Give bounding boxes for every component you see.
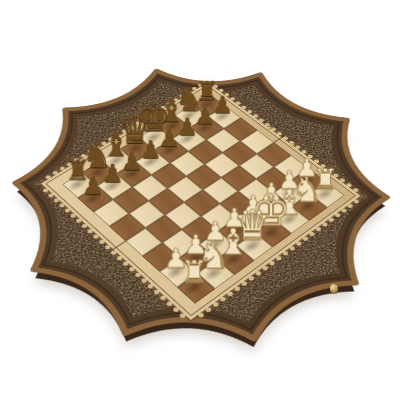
chess-set-photo: ♜♞♝♛♚♝♞♜♟♟♟♟♟♟♟♟♟♟♟♟♟♟♟♟♜♞♝♛♚♝♞♜ xyxy=(0,0,400,400)
piece-black-pawn[interactable]: ♟ xyxy=(72,170,112,198)
scene-3d: ♜♞♝♛♚♝♞♜♟♟♟♟♟♟♟♟♟♟♟♟♟♟♟♟♜♞♝♛♚♝♞♜ xyxy=(0,0,400,400)
piece-white-rook[interactable]: ♜ xyxy=(171,254,214,288)
star-board: ♜♞♝♛♚♝♞♜♟♟♟♟♟♟♟♟♟♟♟♟♟♟♟♟♜♞♝♛♚♝♞♜ xyxy=(0,12,400,400)
latch-pin-icon xyxy=(330,284,338,293)
pieces-layer: ♜♞♝♛♚♝♞♜♟♟♟♟♟♟♟♟♟♟♟♟♟♟♟♟♜♞♝♛♚♝♞♜ xyxy=(0,12,400,400)
